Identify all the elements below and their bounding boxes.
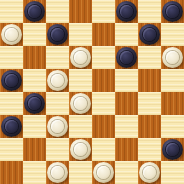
square-c5[interactable] bbox=[46, 69, 69, 92]
square-g7[interactable] bbox=[138, 23, 161, 46]
square-e8 bbox=[92, 0, 115, 23]
square-d4[interactable] bbox=[69, 92, 92, 115]
square-b7 bbox=[23, 23, 46, 46]
square-h5 bbox=[161, 69, 184, 92]
white-man-piece[interactable] bbox=[162, 47, 183, 68]
white-man-piece[interactable] bbox=[47, 70, 68, 91]
square-h4[interactable] bbox=[161, 92, 184, 115]
square-c8 bbox=[46, 0, 69, 23]
square-e1[interactable] bbox=[92, 161, 115, 184]
black-man-piece[interactable] bbox=[162, 139, 183, 160]
square-a8 bbox=[0, 0, 23, 23]
square-a2 bbox=[0, 138, 23, 161]
square-b4[interactable] bbox=[23, 92, 46, 115]
square-f2[interactable] bbox=[115, 138, 138, 161]
square-c4 bbox=[46, 92, 69, 115]
square-e6 bbox=[92, 46, 115, 69]
square-c6 bbox=[46, 46, 69, 69]
square-c7[interactable] bbox=[46, 23, 69, 46]
black-man-piece[interactable] bbox=[116, 1, 137, 22]
square-f6[interactable] bbox=[115, 46, 138, 69]
square-b6[interactable] bbox=[23, 46, 46, 69]
square-c1[interactable] bbox=[46, 161, 69, 184]
square-g5[interactable] bbox=[138, 69, 161, 92]
black-man-piece[interactable] bbox=[24, 1, 45, 22]
black-man-piece[interactable] bbox=[1, 116, 22, 137]
square-d1 bbox=[69, 161, 92, 184]
square-d6[interactable] bbox=[69, 46, 92, 69]
square-a7[interactable] bbox=[0, 23, 23, 46]
square-b1 bbox=[23, 161, 46, 184]
square-g8 bbox=[138, 0, 161, 23]
square-g2 bbox=[138, 138, 161, 161]
square-h3 bbox=[161, 115, 184, 138]
square-e5[interactable] bbox=[92, 69, 115, 92]
square-h8[interactable] bbox=[161, 0, 184, 23]
square-e4 bbox=[92, 92, 115, 115]
square-d3 bbox=[69, 115, 92, 138]
square-a6 bbox=[0, 46, 23, 69]
square-d8[interactable] bbox=[69, 0, 92, 23]
square-a1[interactable] bbox=[0, 161, 23, 184]
square-g3[interactable] bbox=[138, 115, 161, 138]
square-f4[interactable] bbox=[115, 92, 138, 115]
square-a5[interactable] bbox=[0, 69, 23, 92]
square-b5 bbox=[23, 69, 46, 92]
square-c3[interactable] bbox=[46, 115, 69, 138]
white-man-piece[interactable] bbox=[70, 139, 91, 160]
black-man-piece[interactable] bbox=[162, 1, 183, 22]
square-e3[interactable] bbox=[92, 115, 115, 138]
checkers-board bbox=[0, 0, 184, 184]
white-man-piece[interactable] bbox=[1, 24, 22, 45]
black-man-piece[interactable] bbox=[1, 70, 22, 91]
white-man-piece[interactable] bbox=[139, 162, 160, 183]
square-e2 bbox=[92, 138, 115, 161]
square-a3[interactable] bbox=[0, 115, 23, 138]
square-h6[interactable] bbox=[161, 46, 184, 69]
square-d5 bbox=[69, 69, 92, 92]
square-h7 bbox=[161, 23, 184, 46]
white-man-piece[interactable] bbox=[70, 93, 91, 114]
square-h2[interactable] bbox=[161, 138, 184, 161]
square-b2[interactable] bbox=[23, 138, 46, 161]
white-man-piece[interactable] bbox=[70, 47, 91, 68]
square-d2[interactable] bbox=[69, 138, 92, 161]
white-man-piece[interactable] bbox=[47, 162, 68, 183]
white-man-piece[interactable] bbox=[47, 116, 68, 137]
square-c2 bbox=[46, 138, 69, 161]
black-man-piece[interactable] bbox=[47, 24, 68, 45]
square-b3 bbox=[23, 115, 46, 138]
square-a4 bbox=[0, 92, 23, 115]
black-man-piece[interactable] bbox=[116, 47, 137, 68]
square-f5 bbox=[115, 69, 138, 92]
white-man-piece[interactable] bbox=[93, 162, 114, 183]
square-f3 bbox=[115, 115, 138, 138]
black-man-piece[interactable] bbox=[139, 24, 160, 45]
square-b8[interactable] bbox=[23, 0, 46, 23]
black-man-piece[interactable] bbox=[24, 93, 45, 114]
square-h1 bbox=[161, 161, 184, 184]
square-f7 bbox=[115, 23, 138, 46]
square-e7[interactable] bbox=[92, 23, 115, 46]
square-g4 bbox=[138, 92, 161, 115]
square-f8[interactable] bbox=[115, 0, 138, 23]
square-g1[interactable] bbox=[138, 161, 161, 184]
square-g6 bbox=[138, 46, 161, 69]
square-f1 bbox=[115, 161, 138, 184]
square-d7 bbox=[69, 23, 92, 46]
